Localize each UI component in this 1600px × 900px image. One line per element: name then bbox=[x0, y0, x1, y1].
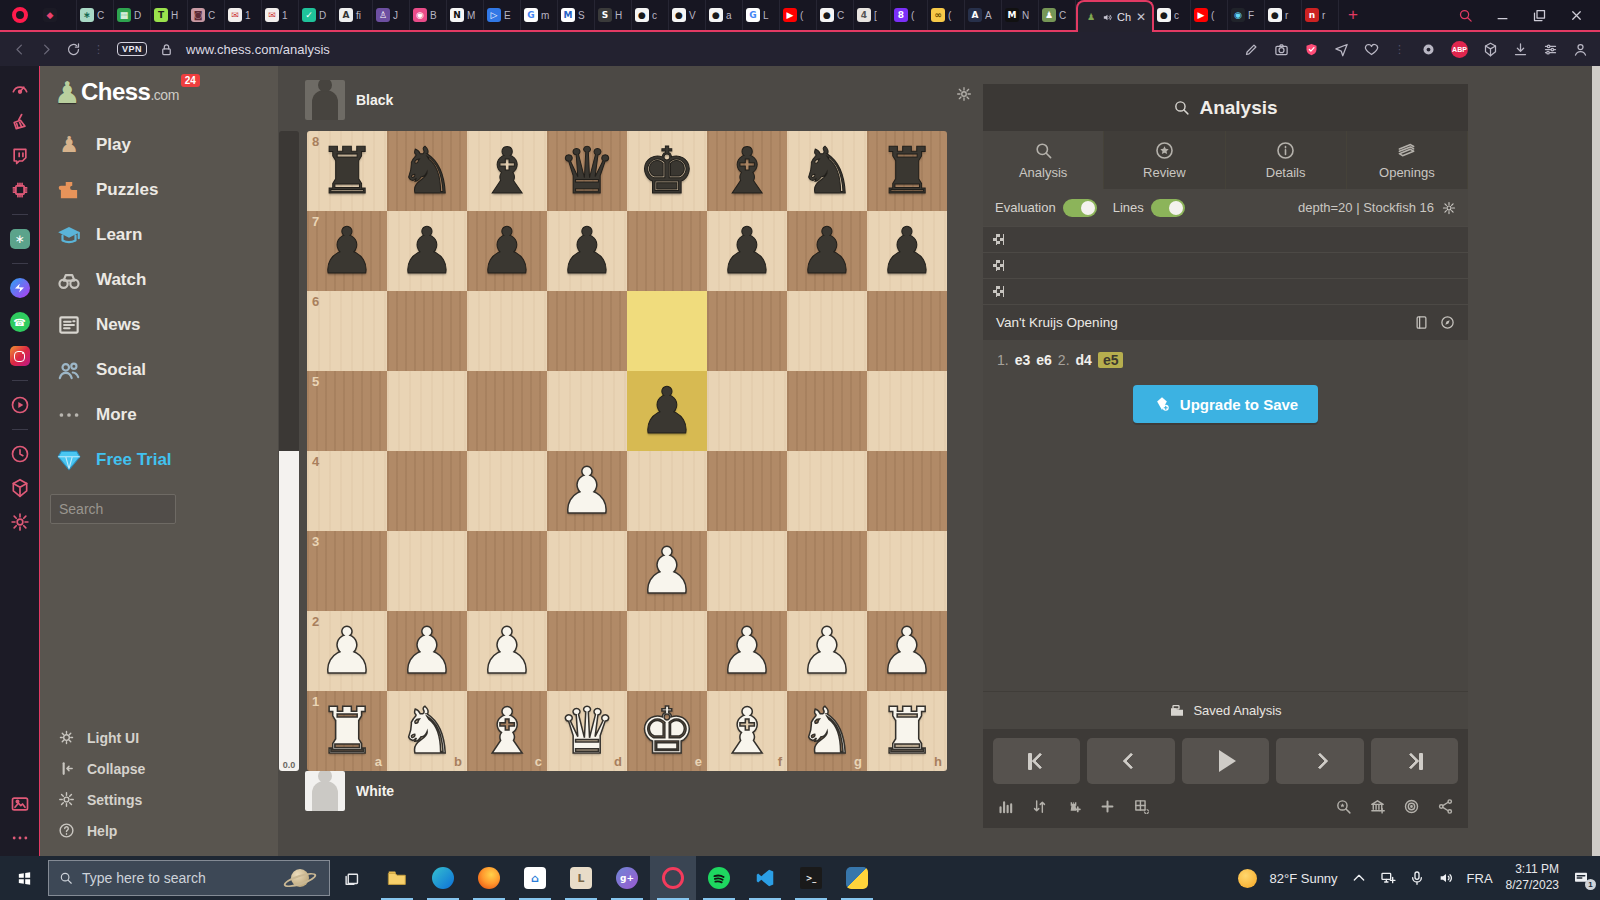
weather-sun-icon[interactable] bbox=[1238, 869, 1257, 888]
downloads-icon[interactable] bbox=[1513, 42, 1528, 57]
chesscom-sidebar: ♟ Chess.com 24 ♟PlayPuzzlesLearnWatchNew… bbox=[40, 66, 278, 856]
black-pawn[interactable]: ♟ bbox=[787, 211, 867, 291]
chip-icon[interactable] bbox=[10, 180, 30, 200]
move-white[interactable]: e3 bbox=[1015, 352, 1031, 368]
browser-tab[interactable]: ●r bbox=[1265, 0, 1302, 30]
browser-tab[interactable]: ◉B bbox=[410, 0, 447, 30]
evaluation-bar: 0.0 bbox=[279, 131, 299, 771]
tab-favicon: G bbox=[524, 8, 538, 22]
black-pawn[interactable]: ♟ bbox=[307, 211, 387, 291]
square-f1[interactable]: f♝ bbox=[707, 691, 787, 771]
white-pawn[interactable]: ♟ bbox=[707, 611, 787, 691]
snapshot-camera-icon[interactable] bbox=[1274, 42, 1289, 57]
analysis-panel: Analysis AnalysisReviewDetailsOpenings E… bbox=[983, 84, 1468, 828]
square-a8[interactable]: 8♜ bbox=[307, 131, 387, 211]
sidebar-item-free-trial[interactable]: Free Trial bbox=[40, 437, 278, 482]
adblock-extension-icon[interactable]: ABP bbox=[1451, 41, 1468, 58]
nav-play-button[interactable] bbox=[1182, 738, 1269, 784]
square-h2[interactable]: ♟ bbox=[867, 611, 947, 691]
square-a5[interactable]: 5 bbox=[307, 371, 387, 451]
square-d3[interactable] bbox=[547, 531, 627, 611]
opera-menu-button[interactable] bbox=[0, 0, 40, 30]
browser-tab[interactable]: Gm bbox=[521, 0, 558, 30]
volume-icon[interactable] bbox=[1438, 870, 1454, 886]
white-pawn[interactable]: ♟ bbox=[867, 611, 947, 691]
taskbar-app-opera-gx[interactable] bbox=[650, 856, 696, 900]
sidebar-item-news[interactable]: News bbox=[40, 302, 278, 347]
tab-title: C bbox=[1059, 10, 1066, 21]
sidebar-item-help[interactable]: Help bbox=[40, 815, 278, 846]
chatgpt-icon[interactable]: ∗ bbox=[10, 229, 30, 249]
tab-favicon: ✓ bbox=[302, 8, 316, 22]
vpn-badge[interactable]: VPN bbox=[117, 42, 147, 56]
browser-tab[interactable]: ●a bbox=[706, 0, 743, 30]
tab-title: H bbox=[171, 10, 178, 21]
sidebar-divider bbox=[12, 429, 28, 430]
explorer-search-icon[interactable] bbox=[1335, 798, 1352, 815]
browser-tab[interactable]: ▶( bbox=[1191, 0, 1228, 30]
tab-favicon: G bbox=[746, 8, 760, 22]
panel-tab-analysis[interactable]: Analysis bbox=[983, 131, 1104, 189]
square-d7[interactable]: ♟ bbox=[547, 211, 627, 291]
gear-icon bbox=[58, 791, 75, 808]
taskbar-app-terminal[interactable]: >_ bbox=[788, 856, 834, 900]
square-d5[interactable] bbox=[547, 371, 627, 451]
browser-tab[interactable]: ✉1 bbox=[225, 0, 262, 30]
panel-tab-review[interactable]: Review bbox=[1104, 131, 1225, 189]
profile-icon[interactable] bbox=[1573, 42, 1588, 57]
square-f3[interactable] bbox=[707, 531, 787, 611]
square-a4[interactable]: 4 bbox=[307, 451, 387, 531]
black-knight[interactable]: ♞ bbox=[787, 131, 867, 211]
square-d2[interactable] bbox=[547, 611, 627, 691]
start-button[interactable] bbox=[0, 856, 48, 900]
back-button[interactable] bbox=[12, 42, 27, 57]
edit-page-icon[interactable] bbox=[1244, 42, 1259, 57]
browser-tab[interactable]: ◙C bbox=[188, 0, 225, 30]
nav-first-move-button[interactable] bbox=[993, 738, 1080, 784]
taskbar-search-box[interactable]: Type here to search bbox=[48, 860, 330, 896]
square-b6[interactable] bbox=[387, 291, 467, 371]
chesscom-pawn-icon: ♟ bbox=[54, 78, 81, 108]
tab-title: c bbox=[652, 10, 657, 21]
black-pawn[interactable]: ♟ bbox=[467, 211, 547, 291]
sidebar-item-label: Help bbox=[87, 823, 117, 839]
black-bishop[interactable]: ♝ bbox=[467, 131, 547, 211]
image-icon[interactable] bbox=[10, 794, 30, 814]
tab-favicon: n bbox=[1305, 8, 1319, 22]
square-g6[interactable] bbox=[787, 291, 867, 371]
white-player-avatar[interactable] bbox=[305, 771, 345, 811]
sidebar-item-collapse[interactable]: Collapse bbox=[40, 753, 278, 784]
square-c5[interactable] bbox=[467, 371, 547, 451]
browser-tab[interactable]: ▶( bbox=[780, 0, 817, 30]
search-icon bbox=[1034, 141, 1053, 160]
browser-tab-bar: ◆∗C▦DTH◙C✉1✉1✓DAfi♙J◉BNM▷EGmMSSH●c●V●aGL… bbox=[0, 0, 1600, 32]
upgrade-to-save-button[interactable]: Upgrade to Save bbox=[1133, 385, 1318, 423]
help-icon bbox=[58, 822, 75, 839]
panel-header: Analysis bbox=[983, 84, 1468, 131]
speedometer-icon[interactable] bbox=[10, 78, 30, 98]
keyboard-language[interactable]: FRA bbox=[1467, 871, 1493, 886]
toggle-label-lines: Lines bbox=[1113, 200, 1144, 215]
square-b5[interactable] bbox=[387, 371, 467, 451]
square-a7[interactable]: 7♟ bbox=[307, 211, 387, 291]
clock-icon[interactable] bbox=[10, 444, 30, 464]
browser-tab[interactable]: ◉F bbox=[1228, 0, 1265, 30]
square-b2[interactable]: ♟ bbox=[387, 611, 467, 691]
page-scrollbar[interactable] bbox=[1592, 66, 1600, 856]
lines-toggle[interactable] bbox=[1151, 199, 1185, 217]
white-knight[interactable]: ♞ bbox=[387, 691, 467, 771]
square-g3[interactable] bbox=[787, 531, 867, 611]
square-e3[interactable]: ♟ bbox=[627, 531, 707, 611]
tab-title: H bbox=[615, 10, 622, 21]
task-view-button[interactable] bbox=[330, 856, 374, 900]
white-queen[interactable]: ♛ bbox=[547, 691, 627, 771]
tab-title: c bbox=[1174, 10, 1179, 21]
taskbar-app-python[interactable] bbox=[834, 856, 880, 900]
square-f4[interactable] bbox=[707, 451, 787, 531]
square-f7[interactable]: ♟ bbox=[707, 211, 787, 291]
windows-taskbar: Type here to search ⌂Lg+>_ 82°F Sunny FR… bbox=[0, 856, 1600, 900]
square-c8[interactable]: ♝ bbox=[467, 131, 547, 211]
tab-audio-icon bbox=[1102, 12, 1113, 23]
sidebar-item-label: Light UI bbox=[87, 730, 139, 746]
white-pawn[interactable]: ♟ bbox=[387, 611, 467, 691]
rank-label: 6 bbox=[312, 294, 319, 309]
rank-label: 5 bbox=[312, 374, 319, 389]
browser-tab[interactable]: ∞( bbox=[928, 0, 965, 30]
evaluation-bar-white bbox=[279, 451, 299, 771]
engine-line-2[interactable] bbox=[983, 252, 1468, 278]
sidebar-item-settings[interactable]: Settings bbox=[40, 784, 278, 815]
library-add-icon[interactable] bbox=[1369, 798, 1386, 815]
shield-check-icon[interactable] bbox=[1304, 42, 1319, 57]
browser-tab[interactable]: MS bbox=[558, 0, 595, 30]
taskbar-app-vscode[interactable] bbox=[742, 856, 788, 900]
gear-icon[interactable] bbox=[10, 512, 30, 532]
pieces-setup-icon[interactable] bbox=[1065, 798, 1082, 815]
sidebar-item-label: Learn bbox=[96, 225, 142, 245]
square-g4[interactable] bbox=[787, 451, 867, 531]
square-e4[interactable] bbox=[627, 451, 707, 531]
saved-analysis-row[interactable]: Saved Analysis bbox=[983, 691, 1468, 729]
browser-tab[interactable]: AA bbox=[965, 0, 1002, 30]
square-h3[interactable] bbox=[867, 531, 947, 611]
window-restore-button[interactable] bbox=[1532, 8, 1547, 23]
url-text[interactable]: www.chess.com/analysis bbox=[186, 42, 330, 57]
square-h7[interactable]: ♟ bbox=[867, 211, 947, 291]
window-close-button[interactable] bbox=[1569, 8, 1584, 23]
dots-icon[interactable] bbox=[10, 828, 30, 848]
player-row-top: Black bbox=[305, 80, 983, 120]
square-a1[interactable]: 1a♜ bbox=[307, 691, 387, 771]
sidebar-item-learn[interactable]: Learn bbox=[40, 212, 278, 257]
sidebar-item-light-ui[interactable]: Light UI bbox=[40, 722, 278, 753]
browser-tab[interactable]: ●C bbox=[817, 0, 854, 30]
panel-tab-label: Details bbox=[1266, 165, 1306, 180]
browser-tab[interactable]: ●c bbox=[632, 0, 669, 30]
square-e8[interactable]: ♚ bbox=[627, 131, 707, 211]
square-g8[interactable]: ♞ bbox=[787, 131, 867, 211]
new-tab-button[interactable]: + bbox=[1339, 0, 1367, 30]
square-d6[interactable] bbox=[547, 291, 627, 371]
white-pawn[interactable]: ♟ bbox=[547, 451, 627, 531]
explorer-compass-icon[interactable] bbox=[1440, 315, 1455, 330]
tab-favicon: ∗ bbox=[80, 8, 94, 22]
square-a2[interactable]: 2♟ bbox=[307, 611, 387, 691]
tab-favicon: ◆ bbox=[43, 8, 57, 22]
practice-target-icon[interactable] bbox=[1403, 798, 1420, 815]
browser-tab[interactable]: GL bbox=[743, 0, 780, 30]
browser-tab[interactable]: ▷E bbox=[484, 0, 521, 30]
white-rook[interactable]: ♜ bbox=[307, 691, 387, 771]
tab-title: ( bbox=[1211, 10, 1214, 21]
weather-text[interactable]: 82°F Sunny bbox=[1270, 871, 1338, 886]
tab-favicon: S bbox=[598, 8, 612, 22]
browser-tab[interactable]: ▦D bbox=[114, 0, 151, 30]
square-b7[interactable]: ♟ bbox=[387, 211, 467, 291]
microphone-icon[interactable] bbox=[1409, 870, 1425, 886]
square-c3[interactable] bbox=[467, 531, 547, 611]
square-b4[interactable] bbox=[387, 451, 467, 531]
square-b3[interactable] bbox=[387, 531, 467, 611]
toggle-label-evaluation: Evaluation bbox=[995, 200, 1056, 215]
settings-sliders-icon[interactable] bbox=[1543, 42, 1558, 57]
move-white[interactable]: d4 bbox=[1076, 352, 1092, 368]
browser-tab[interactable]: ♟C bbox=[1039, 0, 1076, 30]
square-h4[interactable] bbox=[867, 451, 947, 531]
black-pawn[interactable]: ♟ bbox=[547, 211, 627, 291]
square-b1[interactable]: b♞ bbox=[387, 691, 467, 771]
square-c1[interactable]: c♝ bbox=[467, 691, 547, 771]
white-bishop[interactable]: ♝ bbox=[467, 691, 547, 771]
white-player-name: White bbox=[356, 783, 394, 799]
panel-tab-details[interactable]: Details bbox=[1226, 131, 1347, 189]
reload-button[interactable] bbox=[66, 42, 81, 57]
player-row-bottom: White bbox=[305, 771, 983, 811]
square-c2[interactable]: ♟ bbox=[467, 611, 547, 691]
move-black[interactable]: e5 bbox=[1098, 352, 1124, 368]
taskbar-app-spotify[interactable] bbox=[696, 856, 742, 900]
system-tray: 82°F Sunny FRA 3:11 PM 8/27/2023 1 bbox=[1238, 856, 1600, 900]
extensions-cube-icon[interactable] bbox=[1483, 42, 1498, 57]
square-f6[interactable] bbox=[707, 291, 787, 371]
square-e2[interactable] bbox=[627, 611, 707, 691]
sidebar-item-more[interactable]: More bbox=[40, 392, 278, 437]
square-e1[interactable]: e♚ bbox=[627, 691, 707, 771]
tab-favicon: ∞ bbox=[931, 8, 945, 22]
black-pawn[interactable]: ♟ bbox=[867, 211, 947, 291]
lightui-icon bbox=[58, 729, 75, 746]
browser-tab[interactable]: 8( bbox=[891, 0, 928, 30]
books-icon bbox=[1397, 141, 1416, 160]
white-pawn[interactable]: ♟ bbox=[627, 531, 707, 611]
black-player-avatar[interactable] bbox=[305, 80, 345, 120]
sidebar-item-play[interactable]: ♟Play bbox=[40, 122, 278, 167]
black-knight[interactable]: ♞ bbox=[387, 131, 467, 211]
square-d1[interactable]: d♛ bbox=[547, 691, 627, 771]
tab-title: C bbox=[97, 10, 104, 21]
square-h1[interactable]: h♜ bbox=[867, 691, 947, 771]
square-f8[interactable]: ♝ bbox=[707, 131, 787, 211]
square-f2[interactable]: ♟ bbox=[707, 611, 787, 691]
mini-board-icon bbox=[993, 286, 1004, 297]
browser-tab[interactable]: MN bbox=[1002, 0, 1039, 30]
saturn-doodle[interactable] bbox=[281, 863, 319, 893]
browser-tab[interactable]: Afi bbox=[336, 0, 373, 30]
browser-tab[interactable]: SH bbox=[595, 0, 632, 30]
square-f5[interactable] bbox=[707, 371, 787, 451]
browser-tab[interactable]: NM bbox=[447, 0, 484, 30]
messenger-icon[interactable] bbox=[10, 278, 30, 298]
tab-favicon: ● bbox=[709, 8, 723, 22]
black-pawn[interactable]: ♟ bbox=[387, 211, 467, 291]
window-minimize-button[interactable] bbox=[1495, 8, 1510, 23]
white-pawn[interactable]: ♟ bbox=[787, 611, 867, 691]
new-board-icon[interactable] bbox=[1133, 798, 1150, 815]
chart-bars-icon[interactable] bbox=[997, 798, 1014, 815]
ai-extension-icon[interactable] bbox=[1421, 42, 1436, 57]
forward-button[interactable] bbox=[39, 42, 54, 57]
black-queen[interactable]: ♛ bbox=[547, 131, 627, 211]
browser-tab[interactable]: ●V bbox=[669, 0, 706, 30]
black-king[interactable]: ♚ bbox=[627, 131, 707, 211]
taskbar-app-social-app[interactable]: g+ bbox=[604, 856, 650, 900]
browser-tab[interactable]: ✓D bbox=[299, 0, 336, 30]
share-icon[interactable] bbox=[1437, 798, 1454, 815]
browser-tab[interactable]: TH bbox=[151, 0, 188, 30]
black-rook[interactable]: ♜ bbox=[867, 131, 947, 211]
browser-tab[interactable]: 4[ bbox=[854, 0, 891, 30]
page-content: ∗☎ ♟ Chess.com 24 ♟PlayPuzzlesLearnWatch… bbox=[0, 66, 1600, 856]
play-circle-icon[interactable] bbox=[10, 395, 30, 415]
panel-tab-label: Analysis bbox=[1019, 165, 1067, 180]
tab-close-icon[interactable]: ✕ bbox=[1136, 10, 1146, 24]
tab-title: r bbox=[1322, 10, 1325, 21]
address-separator: ⋮ bbox=[93, 43, 105, 56]
broom-icon[interactable] bbox=[10, 112, 30, 132]
black-bishop[interactable]: ♝ bbox=[707, 131, 787, 211]
active-browser-tab[interactable]: ♟ Ch ✕ bbox=[1076, 0, 1154, 32]
square-h6[interactable] bbox=[867, 291, 947, 371]
square-e5[interactable]: ♟ bbox=[627, 371, 707, 451]
square-d4[interactable]: ♟ bbox=[547, 451, 627, 531]
nav-previous-move-button[interactable] bbox=[1087, 738, 1174, 784]
engine-line-3[interactable] bbox=[983, 278, 1468, 304]
square-c6[interactable] bbox=[467, 291, 547, 371]
sidebar-item-label: Puzzles bbox=[96, 180, 158, 200]
white-rook[interactable]: ♜ bbox=[867, 691, 947, 771]
square-h8[interactable]: ♜ bbox=[867, 131, 947, 211]
sidebar-search-input[interactable] bbox=[50, 494, 176, 524]
browser-tab[interactable]: ♙J bbox=[373, 0, 410, 30]
analysis-magnifier-icon bbox=[1173, 99, 1190, 116]
tray-chevron-up-icon[interactable] bbox=[1351, 870, 1367, 886]
twitch-icon[interactable] bbox=[10, 146, 30, 166]
send-to-device-icon[interactable] bbox=[1334, 42, 1349, 57]
square-c4[interactable] bbox=[467, 451, 547, 531]
square-g2[interactable]: ♟ bbox=[787, 611, 867, 691]
tab-favicon: ✉ bbox=[228, 8, 242, 22]
square-d8[interactable]: ♛ bbox=[547, 131, 627, 211]
panel-tab-label: Openings bbox=[1379, 165, 1435, 180]
nav-next-move-button[interactable] bbox=[1276, 738, 1363, 784]
sidebar-item-puzzles[interactable]: Puzzles bbox=[40, 167, 278, 212]
taskbar-app-file-explorer[interactable] bbox=[374, 856, 420, 900]
tab-title: N bbox=[1022, 10, 1029, 21]
sidebar-divider bbox=[12, 380, 28, 381]
flip-board-icon[interactable] bbox=[1031, 798, 1048, 815]
square-g7[interactable]: ♟ bbox=[787, 211, 867, 291]
black-pawn[interactable]: ♟ bbox=[707, 211, 787, 291]
engine-settings-gear-icon[interactable] bbox=[1442, 201, 1456, 215]
taskbar-app-edge[interactable] bbox=[420, 856, 466, 900]
opening-book-icon[interactable] bbox=[1414, 315, 1429, 330]
square-c7[interactable]: ♟ bbox=[467, 211, 547, 291]
sidebar-item-social[interactable]: Social bbox=[40, 347, 278, 392]
engine-line-1[interactable] bbox=[983, 226, 1468, 252]
browser-tab[interactable]: nr bbox=[1302, 0, 1339, 30]
taskbar-clock[interactable]: 3:11 PM 8/27/2023 bbox=[1506, 862, 1559, 893]
instagram-icon[interactable] bbox=[10, 346, 30, 366]
taskbar-app-app-l[interactable]: L bbox=[558, 856, 604, 900]
sidebar-item-watch[interactable]: Watch bbox=[40, 257, 278, 302]
browser-tab[interactable]: ✉1 bbox=[262, 0, 299, 30]
tab-favicon: A bbox=[339, 8, 353, 22]
white-bishop[interactable]: ♝ bbox=[707, 691, 787, 771]
cube-icon[interactable] bbox=[10, 478, 30, 498]
black-rook[interactable]: ♜ bbox=[307, 131, 387, 211]
sidebar-divider bbox=[12, 263, 28, 264]
browser-tab[interactable]: ◆ bbox=[40, 0, 77, 30]
board-settings-gear-icon[interactable] bbox=[956, 86, 972, 102]
whatsapp-icon[interactable]: ☎ bbox=[10, 312, 30, 332]
browser-address-bar: ⋮ VPN www.chess.com/analysis ⋮ ABP bbox=[0, 32, 1600, 66]
square-a6[interactable]: 6 bbox=[307, 291, 387, 371]
white-pawn[interactable]: ♟ bbox=[467, 611, 547, 691]
white-knight[interactable]: ♞ bbox=[787, 691, 867, 771]
bookmark-heart-icon[interactable] bbox=[1364, 42, 1379, 57]
white-pawn[interactable]: ♟ bbox=[307, 611, 387, 691]
square-b8[interactable]: ♞ bbox=[387, 131, 467, 211]
info-icon bbox=[1276, 141, 1295, 160]
browser-tab[interactable]: ●c bbox=[1154, 0, 1191, 30]
taskbar-app-firefox[interactable] bbox=[466, 856, 512, 900]
evaluation-toggle[interactable] bbox=[1063, 199, 1097, 217]
notification-center-button[interactable]: 1 bbox=[1572, 869, 1592, 887]
sidebar-item-label: Social bbox=[96, 360, 146, 380]
black-pawn[interactable]: ♟ bbox=[627, 371, 707, 451]
square-h5[interactable] bbox=[867, 371, 947, 451]
taskbar-app-store[interactable]: ⌂ bbox=[512, 856, 558, 900]
panel-tab-openings[interactable]: Openings bbox=[1347, 131, 1468, 189]
square-a3[interactable]: 3 bbox=[307, 531, 387, 611]
browser-tab[interactable]: ∗C bbox=[77, 0, 114, 30]
tab-search-icon[interactable] bbox=[1458, 8, 1473, 23]
add-icon[interactable] bbox=[1099, 798, 1116, 815]
square-g1[interactable]: g♞ bbox=[787, 691, 867, 771]
square-g5[interactable] bbox=[787, 371, 867, 451]
network-icon[interactable] bbox=[1380, 870, 1396, 886]
chesscom-logo[interactable]: ♟ Chess.com 24 bbox=[40, 78, 278, 108]
square-e6[interactable] bbox=[627, 291, 707, 371]
nav-last-move-button[interactable] bbox=[1371, 738, 1458, 784]
white-king[interactable]: ♚ bbox=[627, 691, 707, 771]
square-e7[interactable] bbox=[627, 211, 707, 291]
move-black[interactable]: e6 bbox=[1036, 352, 1052, 368]
